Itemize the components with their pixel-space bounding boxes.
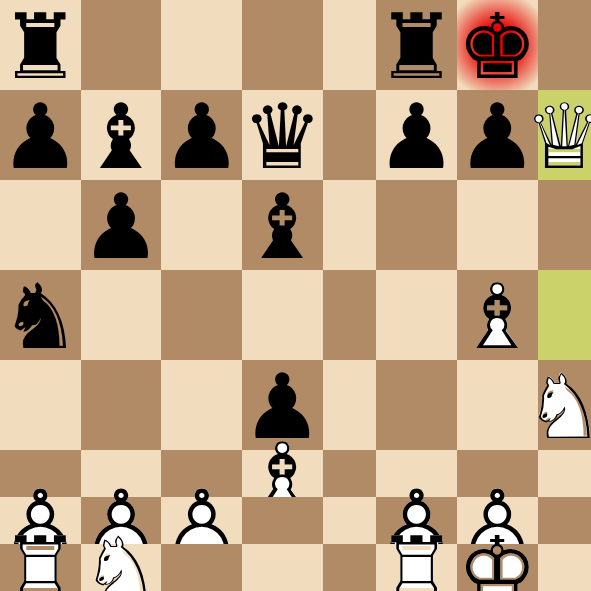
square-h4[interactable]: ♞♘ [538, 360, 591, 450]
black-rook[interactable]: ♜ [376, 2, 457, 92]
square-f8[interactable]: ♜ [376, 0, 457, 90]
square-b5[interactable] [81, 270, 162, 360]
white-bishop[interactable]: ♝♗ [242, 452, 323, 499]
square-c8[interactable] [161, 0, 242, 90]
white-knight-outline: ♘ [538, 362, 591, 452]
white-knight-outline: ♘ [81, 546, 162, 591]
white-rook-outline: ♖ [376, 546, 457, 591]
square-b7[interactable]: ♝ [81, 90, 162, 180]
square-a1[interactable]: ♜♖ [0, 544, 81, 591]
square-f1[interactable]: ♜♖ [376, 544, 457, 591]
square-e1[interactable] [323, 544, 376, 591]
square-d2[interactable] [242, 497, 323, 544]
square-d8[interactable] [242, 0, 323, 90]
square-d1[interactable] [242, 544, 323, 591]
square-b8[interactable] [81, 0, 162, 90]
square-e4[interactable] [323, 360, 376, 450]
white-queen[interactable]: ♛♕ [538, 92, 591, 182]
square-d7[interactable]: ♛ [242, 90, 323, 180]
white-knight[interactable]: ♞♘ [538, 362, 591, 452]
square-h1[interactable] [538, 544, 591, 591]
white-queen-outline: ♕ [538, 92, 591, 182]
black-knight[interactable]: ♞ [0, 272, 81, 362]
square-c4[interactable] [161, 360, 242, 450]
black-pawn[interactable]: ♟ [0, 92, 81, 182]
square-a6[interactable] [0, 180, 81, 270]
square-c7[interactable]: ♟ [161, 90, 242, 180]
square-h2[interactable] [538, 497, 591, 544]
white-knight[interactable]: ♞♘ [81, 546, 162, 591]
square-h7[interactable]: ♛♕ [538, 90, 591, 180]
square-a4[interactable] [0, 360, 81, 450]
white-pawn[interactable]: ♟♙ [161, 499, 242, 546]
square-c6[interactable] [161, 180, 242, 270]
square-b6[interactable]: ♟ [81, 180, 162, 270]
square-a8[interactable]: ♜ [0, 0, 81, 90]
white-rook[interactable]: ♜♖ [0, 546, 81, 591]
white-rook[interactable]: ♜♖ [376, 546, 457, 591]
white-pawn-outline: ♙ [161, 499, 242, 546]
square-g5[interactable]: ♝♗ [457, 270, 538, 360]
white-bishop[interactable]: ♝♗ [457, 272, 538, 362]
square-d5[interactable] [242, 270, 323, 360]
square-a5[interactable]: ♞ [0, 270, 81, 360]
square-g6[interactable] [457, 180, 538, 270]
black-rook[interactable]: ♜ [0, 2, 81, 92]
square-b1[interactable]: ♞♘ [81, 544, 162, 591]
square-f5[interactable] [376, 270, 457, 360]
square-d6[interactable]: ♝ [242, 180, 323, 270]
black-pawn[interactable]: ♟ [81, 182, 162, 272]
square-e3[interactable] [323, 450, 376, 497]
square-f6[interactable] [376, 180, 457, 270]
square-h3[interactable] [538, 450, 591, 497]
white-king[interactable]: ♚♔ [457, 546, 538, 591]
square-g8[interactable]: ♚ [457, 0, 538, 90]
square-h5[interactable] [538, 270, 591, 360]
square-b4[interactable] [81, 360, 162, 450]
square-c2[interactable]: ♟♙ [161, 497, 242, 544]
black-pawn[interactable]: ♟ [161, 92, 242, 182]
chess-board: ♜♜♚♟♝♟♛♟♟♛♕♟♝♞♝♗♟♞♘♝♗♟♙♟♙♟♙♟♙♟♙♜♖♞♘♜♖♚♔ [0, 0, 591, 591]
white-bishop-outline: ♗ [457, 272, 538, 362]
black-pawn[interactable]: ♟ [376, 92, 457, 182]
square-e8[interactable] [323, 0, 376, 90]
black-king[interactable]: ♚ [457, 2, 538, 92]
square-c1[interactable] [161, 544, 242, 591]
white-bishop-outline: ♗ [242, 452, 323, 499]
square-a7[interactable]: ♟ [0, 90, 81, 180]
white-king-outline: ♔ [457, 546, 538, 591]
square-e6[interactable] [323, 180, 376, 270]
square-e7[interactable] [323, 90, 376, 180]
black-bishop[interactable]: ♝ [242, 182, 323, 272]
square-e2[interactable] [323, 497, 376, 544]
square-c5[interactable] [161, 270, 242, 360]
white-rook-outline: ♖ [0, 546, 81, 591]
black-bishop[interactable]: ♝ [81, 92, 162, 182]
square-g1[interactable]: ♚♔ [457, 544, 538, 591]
black-queen[interactable]: ♛ [242, 92, 323, 182]
square-d3[interactable]: ♝♗ [242, 450, 323, 497]
square-f7[interactable]: ♟ [376, 90, 457, 180]
square-h6[interactable] [538, 180, 591, 270]
square-f4[interactable] [376, 360, 457, 450]
square-e5[interactable] [323, 270, 376, 360]
square-h8[interactable] [538, 0, 591, 90]
